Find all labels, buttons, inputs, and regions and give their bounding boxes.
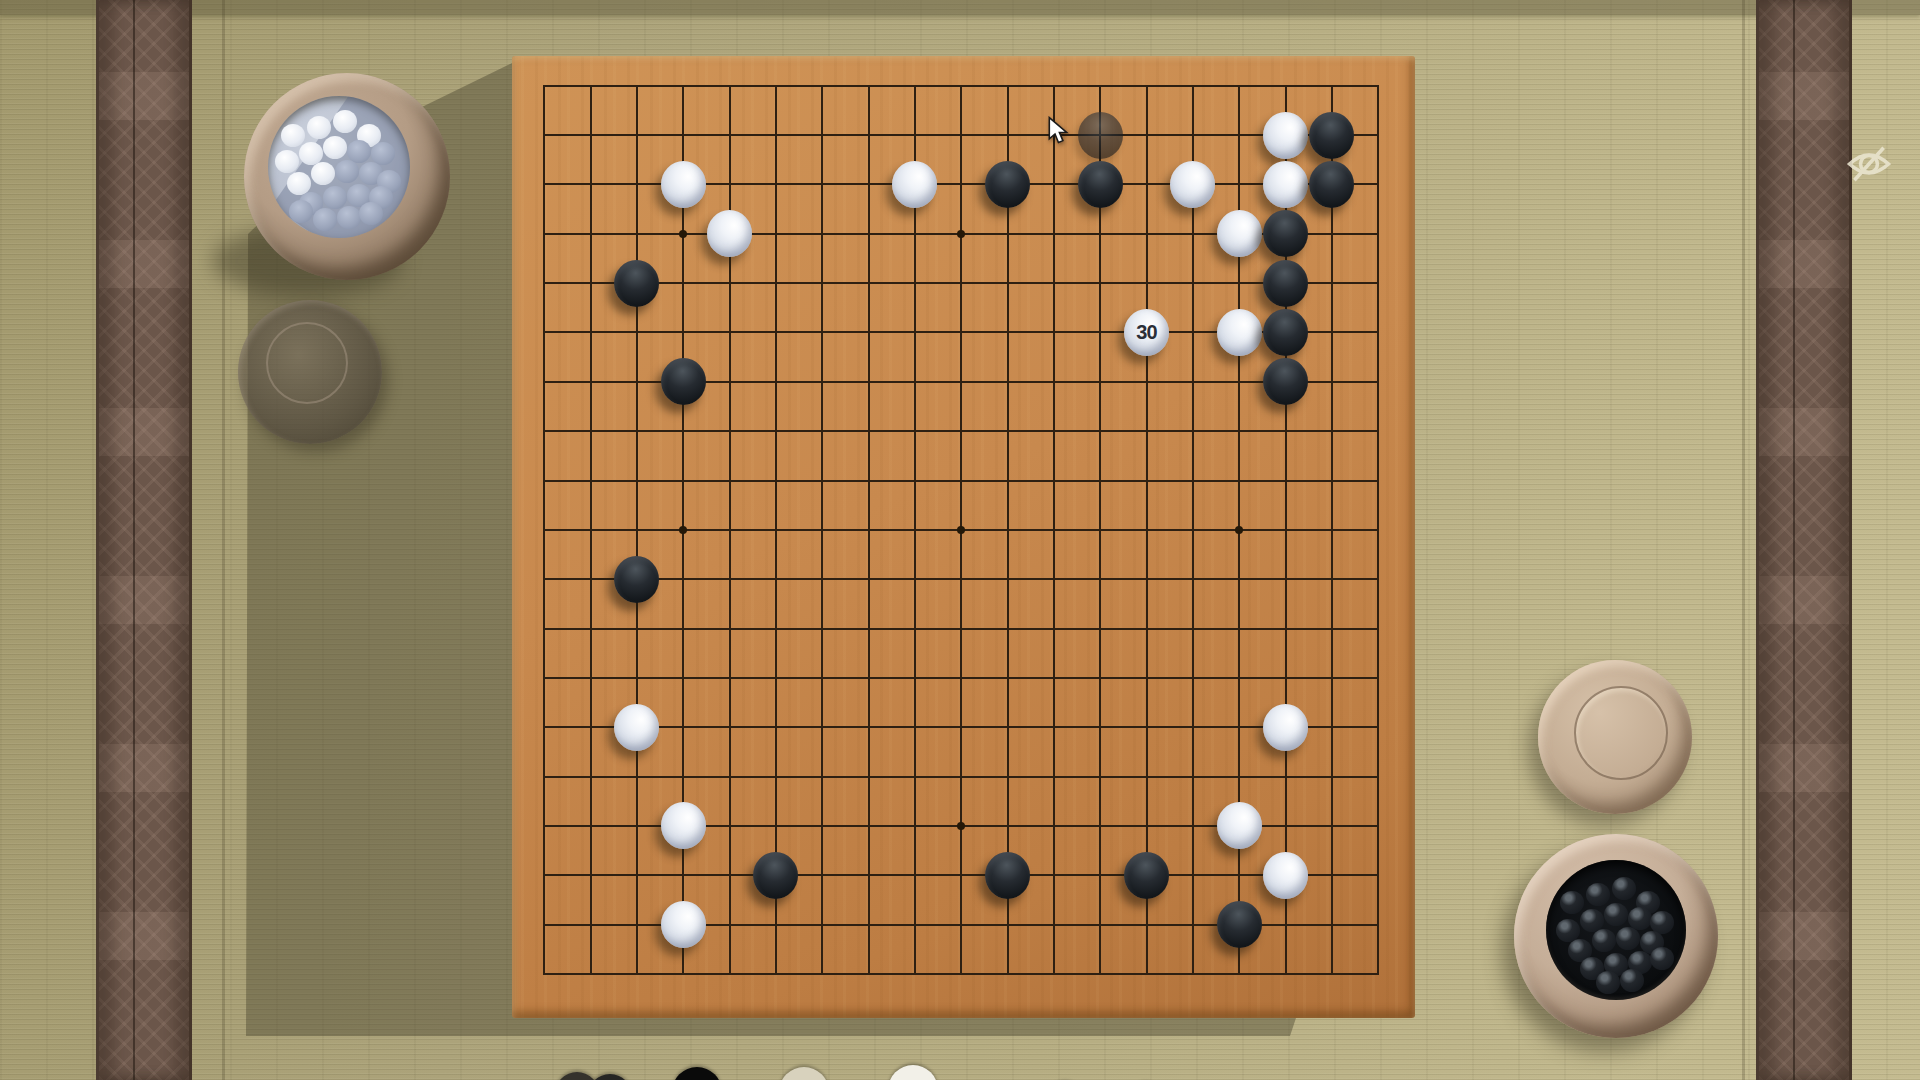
bowl-white-stone (333, 110, 357, 133)
stones-grid: 30 (521, 61, 1402, 999)
bowl-white-stone (307, 116, 331, 139)
bowl-black-stone (1592, 929, 1616, 952)
white-stone-bowl[interactable] (244, 73, 450, 280)
mouse-cursor-arrow (1045, 116, 1071, 146)
black-stone (985, 852, 1030, 899)
tatami-top-edge (0, 0, 1920, 15)
tatami-brocade-strip-left (96, 0, 192, 1080)
tatami-seam (222, 0, 225, 1080)
black-stone (753, 852, 798, 899)
bowl-white-stone (313, 208, 337, 231)
bowl-white-stone (337, 206, 361, 229)
white-stone (1217, 210, 1262, 257)
screenshot-root: { "game": "go", "scene": "3d-tabletop-go… (0, 0, 1920, 1080)
bowl-white-stone (359, 202, 383, 225)
bowl-black-stone (1604, 903, 1628, 926)
bowl-white-stone (281, 124, 305, 147)
bowl-black-stone (1620, 969, 1644, 992)
black-stone (1263, 309, 1308, 356)
tatami-brocade-strip-right (1756, 0, 1852, 1080)
bowl-white-stone (289, 200, 313, 223)
move-number-label: 30 (1124, 309, 1169, 356)
white-stone (661, 161, 706, 208)
tatami-seam (1742, 0, 1745, 1080)
white-stone (1263, 112, 1308, 159)
bowl-white-stone (323, 136, 347, 159)
white-stone (1170, 161, 1215, 208)
white-stone (614, 704, 659, 751)
bowl-lid-light[interactable] (1538, 660, 1692, 814)
white-stone (1217, 802, 1262, 849)
white-stone (1217, 309, 1262, 356)
black-stone (1263, 260, 1308, 307)
bowl-black-stone (1560, 891, 1584, 914)
lid-ring (1574, 686, 1668, 780)
black-stone (1124, 852, 1169, 899)
black-stone (1078, 161, 1123, 208)
black-stone (1263, 358, 1308, 405)
white-stone (707, 210, 752, 257)
hide-interface-eye-icon[interactable] (1843, 138, 1895, 190)
bowl-black-stone (1650, 947, 1674, 970)
white-stone (892, 161, 937, 208)
go-board[interactable]: 30 (512, 56, 1415, 1018)
black-stone (614, 556, 659, 603)
white-stone (1263, 704, 1308, 751)
ghost-preview-stone-black (1078, 112, 1123, 159)
black-stone (1309, 112, 1354, 159)
bowl-black-stone (1586, 883, 1610, 906)
bowl-lid-dark[interactable] (238, 300, 382, 444)
black-stone (1309, 161, 1354, 208)
bowl-white-stone (323, 186, 347, 209)
bowl-black-stone (1616, 927, 1640, 950)
bowl-black-stone (1596, 971, 1620, 994)
white-stone-move-number: 30 (1124, 309, 1169, 356)
black-stone-bowl[interactable] (1514, 834, 1718, 1038)
bowl-white-stone (311, 162, 335, 185)
black-stone (614, 260, 659, 307)
black-stone (1217, 901, 1262, 948)
lid-ring (266, 322, 348, 404)
bowl-white-stone (275, 150, 299, 173)
white-stone (661, 802, 706, 849)
black-stone (985, 161, 1030, 208)
white-stone-bowl-opening (268, 96, 410, 238)
white-stone (661, 901, 706, 948)
black-stone-bowl-opening (1546, 860, 1686, 1000)
white-stone (1263, 161, 1308, 208)
black-stone (1263, 210, 1308, 257)
white-stone (1263, 852, 1308, 899)
bowl-black-stone (1612, 877, 1636, 900)
bowl-white-stone (335, 160, 359, 183)
black-stone (661, 358, 706, 405)
